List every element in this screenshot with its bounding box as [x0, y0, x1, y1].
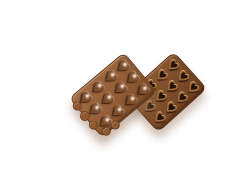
mold-front-tray: ♥♥♥♥♥♥♥♥♥♥♥♥: [69, 52, 158, 138]
dome-grid: ♥♥♥♥♥♥♥♥♥♥♥♥: [73, 56, 153, 134]
product-photo: ♥♥♥♥♥♥♥♥♥♥♥♥♥♥♥♥♥♥♥♥♥♥♥♥ ♥♥♥♥♥♥♥♥♥♥♥♥: [0, 0, 250, 187]
